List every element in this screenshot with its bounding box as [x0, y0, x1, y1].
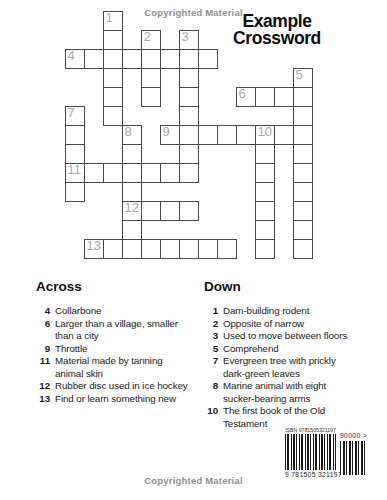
across-clue-9: 9Throttle: [36, 343, 198, 356]
across-clue-12: 12Rubber disc used in ice hockey: [36, 380, 198, 393]
grid-cell-r5c6[interactable]: [179, 106, 199, 126]
clue-number: 2: [204, 318, 218, 331]
grid-cell-r12c5[interactable]: [160, 239, 180, 259]
grid-cell-r5c12[interactable]: [293, 106, 313, 126]
grid-cell-r2c7[interactable]: [198, 49, 218, 69]
grid-cell-r3c2[interactable]: [103, 68, 123, 88]
grid-cell-r9c12[interactable]: [293, 182, 313, 202]
grid-cell-r2c2[interactable]: [103, 49, 123, 69]
cell-number-5: 5: [296, 68, 303, 82]
grid-cell-r3c4[interactable]: [141, 68, 161, 88]
cell-number-12: 12: [125, 201, 139, 215]
grid-cell-r11c12[interactable]: [293, 220, 313, 240]
cell-number-2: 2: [144, 30, 151, 44]
down-heading: Down: [204, 280, 380, 294]
down-clue-7: 7Evergreen tree with pricklydark-green l…: [204, 355, 380, 380]
grid-cell-r12c12[interactable]: [293, 239, 313, 259]
grid-cell-r10c4[interactable]: [141, 201, 161, 221]
grid-cell-r4c4[interactable]: [141, 87, 161, 107]
clue-text: Used to move between floors: [223, 330, 347, 343]
clue-text: Larger than a village, smallerthan a cit…: [55, 318, 178, 343]
grid-cell-r7c3[interactable]: [122, 144, 142, 164]
down-clue-3: 3Used to move between floors: [204, 330, 380, 343]
cell-number-4: 4: [68, 49, 75, 63]
grid-cell-r5c0[interactable]: 7: [65, 106, 85, 126]
across-heading: Across: [36, 280, 198, 294]
clue-text: Evergreen tree with pricklydark-green le…: [223, 355, 336, 380]
grid-cell-r7c10[interactable]: [255, 144, 275, 164]
cell-number-6: 6: [239, 87, 246, 101]
grid-cell-r10c12[interactable]: [293, 201, 313, 221]
down-clue-2: 2Opposite of narrow: [204, 318, 380, 331]
grid-cell-r8c5[interactable]: [160, 163, 180, 183]
grid-cell-r0c2[interactable]: 1: [103, 11, 123, 31]
cell-number-10: 10: [258, 125, 272, 139]
grid-cell-r12c6[interactable]: [179, 239, 199, 259]
grid-cell-r6c7[interactable]: [198, 125, 218, 145]
cell-number-1: 1: [106, 11, 113, 25]
grid-cell-r6c10[interactable]: 10: [255, 125, 275, 145]
down-clues-section: Down 1Dam-building rodent2Opposite of na…: [204, 280, 380, 430]
clue-text: Marine animal with eightsucker-bearing a…: [223, 380, 326, 405]
grid-cell-r2c6[interactable]: [179, 49, 199, 69]
grid-cell-r11c3[interactable]: [122, 220, 142, 240]
grid-cell-r9c0[interactable]: [65, 182, 85, 202]
grid-cell-r2c5[interactable]: [160, 49, 180, 69]
clue-text: Collarbone: [55, 305, 101, 318]
clue-text: Throttle: [55, 343, 87, 356]
clue-text: Material made by tanninganimal skin: [55, 355, 163, 380]
grid-cell-r3c12[interactable]: 5: [293, 68, 313, 88]
cell-number-13: 13: [87, 239, 101, 253]
down-clue-5: 5Comprehend: [204, 343, 380, 356]
grid-cell-r6c5[interactable]: 9: [160, 125, 180, 145]
grid-cell-r8c1[interactable]: [84, 163, 104, 183]
clue-number: 4: [36, 305, 50, 318]
grid-cell-r7c0[interactable]: [65, 144, 85, 164]
crossword-grid: 12345678910111213: [65, 11, 313, 259]
grid-cell-r4c12[interactable]: [293, 87, 313, 107]
grid-cell-r7c12[interactable]: [293, 144, 313, 164]
grid-cell-r12c4[interactable]: [141, 239, 161, 259]
clue-number: 8: [204, 380, 218, 405]
clue-number: 11: [36, 355, 50, 380]
cell-number-7: 7: [68, 106, 75, 120]
ean13-barcode: ISBN 9781505321197 9 781505 321197: [285, 427, 336, 479]
grid-cell-r1c6[interactable]: 3: [179, 30, 199, 50]
grid-cell-r1c4[interactable]: 2: [141, 30, 161, 50]
grid-cell-r8c3[interactable]: [122, 163, 142, 183]
copyright-notice-bottom: Copyrighted Material: [0, 475, 387, 486]
clue-number: 7: [204, 355, 218, 380]
clue-number: 6: [36, 318, 50, 343]
grid-cell-r8c2[interactable]: [103, 163, 123, 183]
grid-cell-r7c6[interactable]: [179, 144, 199, 164]
grid-cell-r10c10[interactable]: [255, 201, 275, 221]
clue-number: 12: [36, 380, 50, 393]
grid-cell-r12c7[interactable]: [198, 239, 218, 259]
cell-number-3: 3: [182, 30, 189, 44]
across-clue-11: 11Material made by tanninganimal skin: [36, 355, 198, 380]
grid-cell-r5c2[interactable]: [103, 106, 123, 126]
supplement-code: 90000 >: [340, 432, 367, 440]
grid-cell-r9c3[interactable]: [122, 182, 142, 202]
grid-cell-r4c10[interactable]: [255, 87, 275, 107]
grid-cell-r8c12[interactable]: [293, 163, 313, 183]
grid-cell-r1c2[interactable]: [103, 30, 123, 50]
grid-cell-r10c5[interactable]: [160, 201, 180, 221]
clue-number: 5: [204, 343, 218, 356]
grid-cell-r2c1[interactable]: [84, 49, 104, 69]
grid-cell-r8c6[interactable]: [179, 163, 199, 183]
grid-cell-r12c10[interactable]: [255, 239, 275, 259]
grid-cell-r2c0[interactable]: 4: [65, 49, 85, 69]
down-clue-1: 1Dam-building rodent: [204, 305, 380, 318]
grid-cell-r8c10[interactable]: [255, 163, 275, 183]
grid-cell-r6c3[interactable]: 8: [122, 125, 142, 145]
grid-cell-r2c4[interactable]: [141, 49, 161, 69]
ean13-barcode-bars: [285, 434, 336, 470]
grid-cell-r6c11[interactable]: [274, 125, 294, 145]
grid-cell-r6c12[interactable]: [293, 125, 313, 145]
grid-cell-r8c0[interactable]: 11: [65, 163, 85, 183]
grid-cell-r11c10[interactable]: [255, 220, 275, 240]
grid-cell-r12c1[interactable]: 13: [84, 239, 104, 259]
down-clue-list: 1Dam-building rodent2Opposite of narrow3…: [204, 305, 380, 430]
isbn-text: ISBN 9781505321197: [285, 427, 336, 434]
grid-cell-r12c3[interactable]: [122, 239, 142, 259]
grid-cell-r3c6[interactable]: [179, 68, 199, 88]
clue-number: 1: [204, 305, 218, 318]
grid-cell-r6c8[interactable]: [217, 125, 237, 145]
clue-number: 13: [36, 393, 50, 406]
grid-cell-r8c4[interactable]: [141, 163, 161, 183]
cell-number-8: 8: [125, 125, 132, 139]
grid-cell-r4c9[interactable]: 6: [236, 87, 256, 107]
grid-cell-r4c2[interactable]: [103, 87, 123, 107]
grid-cell-r12c8[interactable]: [217, 239, 237, 259]
crossword-book-page: Copyrighted Material Example Crossword 1…: [0, 0, 387, 500]
grid-cell-r6c0[interactable]: [65, 125, 85, 145]
clue-text: Comprehend: [223, 343, 279, 356]
price-supplement-barcode: 90000 >: [340, 432, 367, 475]
clue-number: 10: [204, 405, 218, 430]
clue-text: Dam-building rodent: [223, 305, 309, 318]
clue-number: 3: [204, 330, 218, 343]
clue-text: Opposite of narrow: [223, 318, 304, 331]
across-clue-list: 4Collarbone6Larger than a village, small…: [36, 305, 198, 405]
grid-cell-r4c11[interactable]: [274, 87, 294, 107]
across-clues-section: Across 4Collarbone6Larger than a village…: [36, 280, 198, 405]
grid-cell-r9c10[interactable]: [255, 182, 275, 202]
cell-number-11: 11: [68, 163, 82, 177]
grid-cell-r4c6[interactable]: [179, 87, 199, 107]
down-clue-8: 8Marine animal with eightsucker-bearing …: [204, 380, 380, 405]
cell-number-9: 9: [163, 125, 170, 139]
clue-text: Find or learn something new: [55, 393, 176, 406]
across-clue-13: 13Find or learn something new: [36, 393, 198, 406]
clue-number: 9: [36, 343, 50, 356]
across-clue-6: 6Larger than a village, smallerthan a ci…: [36, 318, 198, 343]
grid-cell-r6c9[interactable]: [236, 125, 256, 145]
grid-cell-r6c6[interactable]: [179, 125, 199, 145]
across-clue-4: 4Collarbone: [36, 305, 198, 318]
supplement-barcode-bars: [340, 441, 367, 475]
clue-text: Rubber disc used in ice hockey: [55, 380, 188, 393]
grid-cell-r2c3[interactable]: [122, 49, 142, 69]
grid-cell-r10c6[interactable]: [179, 201, 199, 221]
grid-cell-r10c3[interactable]: 12: [122, 201, 142, 221]
grid-cell-r12c2[interactable]: [103, 239, 123, 259]
